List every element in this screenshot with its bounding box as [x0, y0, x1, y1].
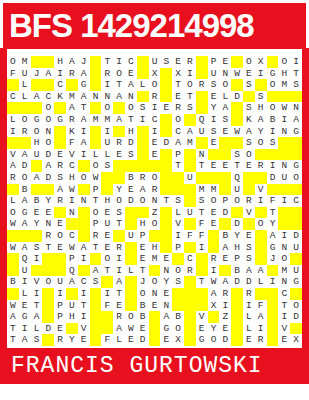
- letter-cell: H: [101, 195, 113, 207]
- letter-cell: L: [19, 91, 31, 103]
- blank-cell: [267, 311, 279, 323]
- letter-cell: O: [290, 172, 302, 184]
- letter-cell: T: [31, 300, 43, 312]
- letter-cell: X: [208, 300, 220, 312]
- letter-cell: X: [172, 68, 184, 80]
- letter-cell: W: [66, 184, 78, 196]
- blank-cell: [101, 311, 113, 323]
- letter-cell: U: [19, 68, 31, 80]
- letter-cell: S: [243, 79, 255, 91]
- blank-cell: [208, 149, 220, 161]
- letter-cell: S: [243, 102, 255, 114]
- letter-cell: P: [90, 218, 102, 230]
- letter-cell: G: [54, 114, 66, 126]
- letter-cell: T: [196, 276, 208, 288]
- letter-cell: S: [208, 79, 220, 91]
- letter-cell: M: [149, 253, 161, 265]
- letter-cell: A: [31, 91, 43, 103]
- blank-cell: [66, 218, 78, 230]
- letter-cell: M: [196, 184, 208, 196]
- letter-cell: A: [78, 91, 90, 103]
- blank-cell: [278, 149, 290, 161]
- blank-cell: [196, 300, 208, 312]
- letter-cell: A: [66, 102, 78, 114]
- blank-cell: [125, 288, 137, 300]
- letter-cell: E: [54, 218, 66, 230]
- letter-cell: I: [149, 126, 161, 138]
- blank-cell: [54, 126, 66, 138]
- blank-cell: [160, 207, 172, 219]
- letter-cell: H: [255, 102, 267, 114]
- letter-cell: R: [54, 334, 66, 346]
- letter-cell: U: [290, 242, 302, 254]
- letter-cell: T: [196, 207, 208, 219]
- letter-cell: A: [172, 137, 184, 149]
- blank-cell: [184, 276, 196, 288]
- blank-cell: [90, 311, 102, 323]
- blank-cell: [267, 334, 279, 346]
- letter-cell: O: [19, 172, 31, 184]
- blank-cell: [160, 114, 172, 126]
- letter-cell: D: [125, 195, 137, 207]
- blank-cell: [184, 323, 196, 335]
- letter-cell: E: [208, 207, 220, 219]
- letter-cell: L: [243, 323, 255, 335]
- blank-cell: [231, 102, 243, 114]
- blank-cell: [208, 230, 220, 242]
- letter-cell: T: [7, 334, 19, 346]
- letter-cell: A: [78, 68, 90, 80]
- letter-cell: T: [7, 323, 19, 335]
- letter-cell: E: [125, 334, 137, 346]
- letter-cell: A: [208, 288, 220, 300]
- letter-cell: W: [231, 68, 243, 80]
- letter-cell: T: [196, 160, 208, 172]
- letter-cell: N: [101, 91, 113, 103]
- letter-cell: A: [31, 311, 43, 323]
- letter-cell: S: [172, 195, 184, 207]
- letter-cell: A: [113, 323, 125, 335]
- blank-cell: [90, 56, 102, 68]
- letter-cell: H: [66, 311, 78, 323]
- blank-cell: [90, 288, 102, 300]
- blank-cell: [290, 288, 302, 300]
- letter-cell: I: [78, 311, 90, 323]
- letter-cell: I: [31, 288, 43, 300]
- letter-cell: I: [78, 288, 90, 300]
- letter-cell: B: [7, 276, 19, 288]
- letter-cell: A: [42, 160, 54, 172]
- letter-cell: P: [66, 253, 78, 265]
- blank-cell: [231, 323, 243, 335]
- blank-cell: [42, 265, 54, 277]
- letter-cell: B: [267, 114, 279, 126]
- letter-cell: O: [42, 276, 54, 288]
- blank-cell: [255, 288, 267, 300]
- blank-cell: [160, 126, 172, 138]
- letter-cell: R: [184, 265, 196, 277]
- letter-cell: V: [278, 323, 290, 335]
- letter-cell: N: [42, 218, 54, 230]
- letter-cell: H: [137, 218, 149, 230]
- blank-cell: [113, 126, 125, 138]
- letter-cell: E: [137, 323, 149, 335]
- letter-cell: I: [7, 126, 19, 138]
- letter-cell: V: [7, 149, 19, 161]
- blank-cell: [208, 311, 220, 323]
- blank-cell: [149, 230, 161, 242]
- letter-cell: U: [184, 172, 196, 184]
- letter-cell: C: [149, 114, 161, 126]
- blank-cell: [66, 288, 78, 300]
- letter-cell: E: [172, 91, 184, 103]
- letter-cell: N: [149, 195, 161, 207]
- letter-cell: Y: [267, 218, 279, 230]
- letter-cell: C: [54, 79, 66, 91]
- letter-cell: P: [208, 56, 220, 68]
- letter-cell: Y: [66, 334, 78, 346]
- letter-cell: Y: [255, 126, 267, 138]
- letter-cell: U: [31, 149, 43, 161]
- letter-cell: D: [219, 207, 231, 219]
- letter-cell: U: [19, 265, 31, 277]
- blank-cell: [290, 91, 302, 103]
- letter-cell: C: [290, 195, 302, 207]
- letter-cell: A: [255, 265, 267, 277]
- letter-cell: B: [231, 265, 243, 277]
- blank-cell: [172, 288, 184, 300]
- letter-cell: T: [78, 300, 90, 312]
- letter-cell: E: [208, 91, 220, 103]
- blank-cell: [278, 137, 290, 149]
- blank-cell: [31, 230, 43, 242]
- letter-cell: E: [219, 56, 231, 68]
- letter-cell: L: [90, 149, 102, 161]
- blank-cell: [54, 265, 66, 277]
- letter-cell: D: [290, 311, 302, 323]
- letter-cell: K: [54, 91, 66, 103]
- letter-cell: T: [290, 68, 302, 80]
- letter-cell: A: [78, 137, 90, 149]
- blank-cell: [19, 102, 31, 114]
- letter-cell: D: [231, 91, 243, 103]
- letter-cell: S: [255, 91, 267, 103]
- letter-cell: A: [7, 160, 19, 172]
- blank-cell: [160, 79, 172, 91]
- letter-cell: O: [172, 114, 184, 126]
- letter-cell: A: [66, 56, 78, 68]
- blank-cell: [31, 160, 43, 172]
- letter-cell: I: [78, 253, 90, 265]
- blank-cell: [184, 300, 196, 312]
- letter-cell: O: [243, 149, 255, 161]
- letter-cell: O: [149, 172, 161, 184]
- letter-cell: B: [172, 311, 184, 323]
- letter-cell: X: [172, 334, 184, 346]
- letter-cell: F: [267, 195, 279, 207]
- author-name: FRANCIS GURTOWSKI: [11, 353, 263, 379]
- letter-cell: U: [196, 126, 208, 138]
- letter-cell: R: [184, 56, 196, 68]
- letter-cell: N: [160, 300, 172, 312]
- letter-cell: I: [208, 265, 220, 277]
- letter-cell: N: [160, 265, 172, 277]
- letter-cell: P: [137, 230, 149, 242]
- letter-cell: V: [31, 276, 43, 288]
- letter-cell: C: [42, 91, 54, 103]
- blank-cell: [219, 218, 231, 230]
- letter-cell: E: [54, 149, 66, 161]
- blank-cell: [101, 172, 113, 184]
- blank-cell: [231, 300, 243, 312]
- blank-cell: [125, 253, 137, 265]
- blank-cell: [160, 172, 172, 184]
- letter-cell: S: [125, 149, 137, 161]
- letter-cell: O: [243, 56, 255, 68]
- letter-cell: V: [255, 184, 267, 196]
- letter-cell: I: [66, 195, 78, 207]
- author-band: FRANCIS GURTOWSKI: [7, 348, 302, 384]
- letter-cell: A: [113, 114, 125, 126]
- letter-cell: A: [219, 276, 231, 288]
- blank-cell: [137, 137, 149, 149]
- letter-cell: W: [208, 276, 220, 288]
- letter-cell: N: [42, 126, 54, 138]
- blank-cell: [7, 265, 19, 277]
- letter-cell: L: [243, 311, 255, 323]
- letter-cell: I: [278, 311, 290, 323]
- letter-cell: I: [278, 195, 290, 207]
- letter-cell: P: [172, 242, 184, 254]
- letter-cell: I: [113, 56, 125, 68]
- letter-cell: I: [278, 114, 290, 126]
- letter-cell: A: [184, 126, 196, 138]
- letter-cell: A: [243, 265, 255, 277]
- letter-cell: I: [31, 253, 43, 265]
- letter-cell: S: [196, 195, 208, 207]
- letter-cell: G: [31, 114, 43, 126]
- letter-cell: E: [54, 323, 66, 335]
- letter-cell: E: [54, 242, 66, 254]
- puzzle-grid: OMHAJTICUSERPEOXOIFUJAIRAROEXXIUNWEIGHTL…: [7, 56, 302, 346]
- letter-cell: I: [243, 300, 255, 312]
- blank-cell: [160, 68, 172, 80]
- letter-cell: A: [19, 195, 31, 207]
- letter-cell: A: [243, 126, 255, 138]
- letter-cell: V: [196, 311, 208, 323]
- letter-cell: V: [172, 218, 184, 230]
- blank-cell: [7, 230, 19, 242]
- letter-cell: B: [137, 311, 149, 323]
- blank-cell: [7, 288, 19, 300]
- letter-cell: R: [19, 126, 31, 138]
- letter-cell: Z: [149, 207, 161, 219]
- letter-cell: A: [66, 276, 78, 288]
- blank-cell: [172, 300, 184, 312]
- letter-cell: O: [278, 253, 290, 265]
- letter-cell: B: [125, 172, 137, 184]
- letter-cell: I: [219, 300, 231, 312]
- blank-cell: [125, 207, 137, 219]
- letter-cell: J: [31, 68, 43, 80]
- letter-cell: F: [66, 137, 78, 149]
- blank-cell: [78, 184, 90, 196]
- letter-cell: F: [196, 230, 208, 242]
- blank-cell: [231, 207, 243, 219]
- right-border: [302, 48, 309, 384]
- blank-cell: [184, 311, 196, 323]
- letter-cell: O: [7, 207, 19, 219]
- blank-cell: [137, 68, 149, 80]
- letter-cell: G: [19, 207, 31, 219]
- blank-cell: [113, 230, 125, 242]
- blank-cell: [160, 91, 172, 103]
- letter-cell: Y: [42, 195, 54, 207]
- letter-cell: I: [54, 68, 66, 80]
- letter-cell: I: [255, 68, 267, 80]
- blank-cell: [90, 68, 102, 80]
- letter-cell: E: [125, 68, 137, 80]
- letter-cell: S: [172, 276, 184, 288]
- blank-cell: [31, 102, 43, 114]
- blank-cell: [137, 160, 149, 172]
- blank-cell: [149, 160, 161, 172]
- letter-cell: C: [184, 253, 196, 265]
- letter-cell: T: [90, 242, 102, 254]
- letter-cell: H: [125, 126, 137, 138]
- blank-cell: [90, 137, 102, 149]
- letter-cell: O: [113, 68, 125, 80]
- letter-cell: T: [137, 265, 149, 277]
- letter-cell: M: [278, 79, 290, 91]
- letter-cell: E: [160, 334, 172, 346]
- letter-cell: E: [160, 288, 172, 300]
- letter-cell: R: [101, 68, 113, 80]
- blank-cell: [267, 56, 279, 68]
- letter-cell: O: [101, 102, 113, 114]
- letter-cell: O: [19, 114, 31, 126]
- letter-cell: G: [196, 334, 208, 346]
- letter-cell: O: [90, 160, 102, 172]
- blank-cell: [66, 323, 78, 335]
- blank-cell: [243, 172, 255, 184]
- letter-cell: C: [66, 230, 78, 242]
- letter-cell: M: [90, 114, 102, 126]
- letter-cell: P: [172, 149, 184, 161]
- blank-cell: [184, 195, 196, 207]
- book-title: BFS 1429214998: [9, 7, 254, 45]
- letter-cell: O: [7, 56, 19, 68]
- letter-cell: O: [184, 79, 196, 91]
- letter-cell: E: [208, 137, 220, 149]
- letter-cell: D: [19, 160, 31, 172]
- letter-cell: R: [208, 253, 220, 265]
- letter-cell: I: [113, 265, 125, 277]
- letter-cell: A: [19, 149, 31, 161]
- blank-cell: [184, 334, 196, 346]
- letter-cell: A: [125, 79, 137, 91]
- letter-cell: T: [90, 195, 102, 207]
- letter-cell: X: [290, 334, 302, 346]
- letter-cell: T: [172, 160, 184, 172]
- blank-cell: [196, 56, 208, 68]
- letter-cell: X: [149, 68, 161, 80]
- letter-cell: T: [101, 265, 113, 277]
- letter-cell: W: [231, 126, 243, 138]
- letter-cell: L: [7, 195, 19, 207]
- letter-cell: F: [196, 218, 208, 230]
- letter-cell: S: [290, 79, 302, 91]
- letter-cell: O: [255, 218, 267, 230]
- letter-cell: Y: [208, 102, 220, 114]
- letter-cell: T: [231, 160, 243, 172]
- letter-cell: I: [78, 149, 90, 161]
- letter-cell: D: [290, 230, 302, 242]
- letter-cell: I: [255, 323, 267, 335]
- letter-cell: F: [101, 300, 113, 312]
- blank-cell: [78, 265, 90, 277]
- blank-cell: [66, 79, 78, 91]
- letter-cell: A: [255, 114, 267, 126]
- letter-cell: A: [19, 334, 31, 346]
- blank-cell: [78, 207, 90, 219]
- letter-cell: E: [42, 207, 54, 219]
- letter-cell: A: [54, 184, 66, 196]
- blank-cell: [290, 149, 302, 161]
- letter-cell: P: [231, 253, 243, 265]
- blank-cell: [184, 242, 196, 254]
- blank-cell: [101, 184, 113, 196]
- letter-cell: O: [42, 102, 54, 114]
- letter-cell: E: [31, 207, 43, 219]
- letter-cell: O: [172, 323, 184, 335]
- letter-cell: R: [54, 195, 66, 207]
- letter-cell: O: [42, 137, 54, 149]
- letter-cell: T: [267, 207, 279, 219]
- letter-cell: E: [137, 242, 149, 254]
- blank-cell: [196, 102, 208, 114]
- letter-cell: I: [290, 56, 302, 68]
- blank-cell: [255, 253, 267, 265]
- letter-cell: C: [66, 160, 78, 172]
- letter-cell: G: [267, 68, 279, 80]
- letter-cell: L: [7, 114, 19, 126]
- letter-cell: P: [54, 311, 66, 323]
- letter-cell: O: [219, 79, 231, 91]
- letter-cell: I: [278, 230, 290, 242]
- letter-cell: Z: [219, 311, 231, 323]
- blank-cell: [255, 207, 267, 219]
- letter-cell: E: [149, 137, 161, 149]
- letter-cell: W: [7, 218, 19, 230]
- blank-cell: [231, 79, 243, 91]
- blank-cell: [219, 137, 231, 149]
- letter-cell: S: [137, 102, 149, 114]
- letter-cell: S: [208, 126, 220, 138]
- letter-cell: T: [278, 300, 290, 312]
- letter-cell: I: [172, 230, 184, 242]
- letter-cell: T: [113, 79, 125, 91]
- letter-cell: S: [231, 149, 243, 161]
- letter-cell: I: [101, 288, 113, 300]
- letter-cell: E: [160, 253, 172, 265]
- letter-cell: L: [101, 149, 113, 161]
- letter-cell: D: [231, 218, 243, 230]
- letter-cell: R: [219, 288, 231, 300]
- letter-cell: R: [113, 311, 125, 323]
- letter-cell: C: [7, 91, 19, 103]
- letter-cell: H: [149, 242, 161, 254]
